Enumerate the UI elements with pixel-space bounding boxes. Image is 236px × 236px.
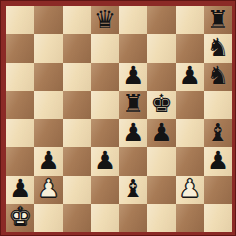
square-c8[interactable] <box>63 6 91 34</box>
black-bishop[interactable]: ♝ <box>122 176 144 201</box>
square-b7[interactable] <box>34 34 62 62</box>
square-d7[interactable] <box>91 34 119 62</box>
square-a2[interactable]: ♟ <box>6 176 34 204</box>
chess-board: ♛♜♞♟♟♞♜♚♟♟♝♟♟♟♟♟♝♟♚ <box>6 6 232 232</box>
square-f6[interactable] <box>147 63 175 91</box>
black-bishop[interactable]: ♝ <box>207 120 229 145</box>
black-pawn[interactable]: ♟ <box>9 176 31 201</box>
square-b6[interactable] <box>34 63 62 91</box>
square-e5[interactable]: ♜ <box>119 91 147 119</box>
black-knight[interactable]: ♞ <box>207 63 229 88</box>
square-e4[interactable]: ♟ <box>119 119 147 147</box>
square-c6[interactable] <box>63 63 91 91</box>
square-e8[interactable] <box>119 6 147 34</box>
square-e6[interactable]: ♟ <box>119 63 147 91</box>
square-h4[interactable]: ♝ <box>204 119 232 147</box>
square-b3[interactable]: ♟ <box>34 147 62 175</box>
square-b2[interactable]: ♟ <box>34 176 62 204</box>
black-pawn[interactable]: ♟ <box>94 148 116 173</box>
square-c7[interactable] <box>63 34 91 62</box>
square-g1[interactable] <box>176 204 204 232</box>
board-frame: ♛♜♞♟♟♞♜♚♟♟♝♟♟♟♟♟♝♟♚ <box>0 0 236 236</box>
black-king[interactable]: ♚ <box>150 91 172 116</box>
square-e7[interactable] <box>119 34 147 62</box>
square-h2[interactable] <box>204 176 232 204</box>
square-h5[interactable] <box>204 91 232 119</box>
square-f5[interactable]: ♚ <box>147 91 175 119</box>
black-pawn[interactable]: ♟ <box>178 63 200 88</box>
black-pawn[interactable]: ♟ <box>150 120 172 145</box>
black-rook[interactable]: ♜ <box>207 7 229 32</box>
square-c5[interactable] <box>63 91 91 119</box>
square-g5[interactable] <box>176 91 204 119</box>
square-e3[interactable] <box>119 147 147 175</box>
black-knight[interactable]: ♞ <box>207 35 229 60</box>
black-pawn[interactable]: ♟ <box>37 148 59 173</box>
square-c1[interactable] <box>63 204 91 232</box>
square-b1[interactable] <box>34 204 62 232</box>
black-pawn[interactable]: ♟ <box>122 120 144 145</box>
square-g4[interactable] <box>176 119 204 147</box>
square-f4[interactable]: ♟ <box>147 119 175 147</box>
black-pawn[interactable]: ♟ <box>122 63 144 88</box>
square-c3[interactable] <box>63 147 91 175</box>
white-pawn[interactable]: ♟ <box>37 176 59 201</box>
square-c4[interactable] <box>63 119 91 147</box>
black-rook[interactable]: ♜ <box>122 91 144 116</box>
square-g8[interactable] <box>176 6 204 34</box>
square-g6[interactable]: ♟ <box>176 63 204 91</box>
black-pawn[interactable]: ♟ <box>207 148 229 173</box>
square-g2[interactable]: ♟ <box>176 176 204 204</box>
square-h7[interactable]: ♞ <box>204 34 232 62</box>
square-g7[interactable] <box>176 34 204 62</box>
square-d1[interactable] <box>91 204 119 232</box>
square-h6[interactable]: ♞ <box>204 63 232 91</box>
square-h3[interactable]: ♟ <box>204 147 232 175</box>
square-a5[interactable] <box>6 91 34 119</box>
square-g3[interactable] <box>176 147 204 175</box>
square-f3[interactable] <box>147 147 175 175</box>
square-c2[interactable] <box>63 176 91 204</box>
square-d8[interactable]: ♛ <box>91 6 119 34</box>
square-e2[interactable]: ♝ <box>119 176 147 204</box>
square-d4[interactable] <box>91 119 119 147</box>
square-d3[interactable]: ♟ <box>91 147 119 175</box>
square-f1[interactable] <box>147 204 175 232</box>
square-d6[interactable] <box>91 63 119 91</box>
square-a1[interactable]: ♚ <box>6 204 34 232</box>
square-b5[interactable] <box>34 91 62 119</box>
square-a4[interactable] <box>6 119 34 147</box>
square-f7[interactable] <box>147 34 175 62</box>
square-f8[interactable] <box>147 6 175 34</box>
square-a8[interactable] <box>6 6 34 34</box>
white-king[interactable]: ♚ <box>9 204 31 229</box>
black-queen[interactable]: ♛ <box>94 7 116 32</box>
square-a6[interactable] <box>6 63 34 91</box>
square-d2[interactable] <box>91 176 119 204</box>
square-b4[interactable] <box>34 119 62 147</box>
square-b8[interactable] <box>34 6 62 34</box>
square-e1[interactable] <box>119 204 147 232</box>
square-h8[interactable]: ♜ <box>204 6 232 34</box>
square-d5[interactable] <box>91 91 119 119</box>
square-a3[interactable] <box>6 147 34 175</box>
square-f2[interactable] <box>147 176 175 204</box>
square-h1[interactable] <box>204 204 232 232</box>
white-pawn[interactable]: ♟ <box>178 176 200 201</box>
square-a7[interactable] <box>6 34 34 62</box>
